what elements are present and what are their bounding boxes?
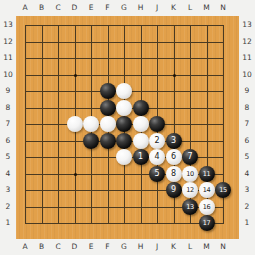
coord-label-col: G (116, 239, 132, 255)
coord-label-row: 4 (0, 166, 16, 182)
move-number: 9 (166, 182, 182, 198)
coord-label-col: B (34, 0, 50, 16)
stone-white[interactable] (116, 100, 132, 116)
coord-label-col: G (116, 0, 132, 16)
coord-label-row: 3 (0, 182, 16, 198)
move-number: 4 (149, 149, 165, 165)
stone-white[interactable] (133, 116, 149, 132)
stone-black[interactable] (83, 133, 99, 149)
move-number: 7 (182, 149, 198, 165)
coord-label-row: 12 (0, 34, 16, 50)
coord-label-col: H (133, 239, 149, 255)
move-number: 5 (149, 166, 165, 182)
coord-label-col: C (50, 239, 66, 255)
coord-label-col: L (182, 0, 198, 16)
stone-black[interactable]: 15 (215, 182, 231, 198)
coord-label-row: 2 (239, 199, 255, 215)
move-number: 17 (199, 215, 215, 231)
stone-white[interactable]: 2 (149, 133, 165, 149)
coord-label-col: M (199, 239, 215, 255)
coord-label-col: C (50, 0, 66, 16)
stone-black[interactable]: 13 (182, 199, 198, 215)
coord-label-row: 13 (239, 17, 255, 33)
move-number: 8 (166, 166, 182, 182)
coord-labels-bottom: ABCDEFGHJKLMN (0, 239, 255, 255)
coord-label-col: B (34, 239, 50, 255)
stone-black[interactable]: 5 (149, 166, 165, 182)
move-number: 16 (199, 199, 215, 215)
coord-label-col: D (67, 0, 83, 16)
coord-label-row: 10 (239, 67, 255, 83)
coord-label-row: 12 (239, 34, 255, 50)
coord-labels-right: 13121110987654321 (239, 0, 255, 255)
stone-white[interactable]: 12 (182, 182, 198, 198)
coord-label-col: J (149, 239, 165, 255)
stone-black[interactable] (133, 100, 149, 116)
go-diagram: ABCDEFGHJKLMN ABCDEFGHJKLMN 131211109876… (0, 0, 255, 255)
move-number: 13 (182, 199, 198, 215)
coord-label-row: 9 (0, 83, 16, 99)
coord-label-col: N (215, 239, 231, 255)
coord-label-col: K (166, 239, 182, 255)
coord-label-col: F (100, 0, 116, 16)
coord-label-row: 8 (239, 100, 255, 116)
coord-label-row: 7 (239, 116, 255, 132)
star-point (74, 173, 77, 176)
coord-label-row: 3 (239, 182, 255, 198)
coord-label-row: 6 (239, 133, 255, 149)
coord-label-col: J (149, 0, 165, 16)
stone-black[interactable] (116, 133, 132, 149)
stone-white[interactable]: 14 (199, 182, 215, 198)
coord-label-row: 5 (239, 149, 255, 165)
coord-label-row: 8 (0, 100, 16, 116)
coord-label-row: 10 (0, 67, 16, 83)
move-number: 1 (133, 149, 149, 165)
star-point (173, 74, 176, 77)
stone-white[interactable] (67, 116, 83, 132)
stone-white[interactable] (83, 116, 99, 132)
move-number: 2 (149, 133, 165, 149)
go-board[interactable]: 1234567891011121314151617 (16, 16, 239, 239)
coord-label-col: F (100, 239, 116, 255)
coord-label-row: 11 (239, 50, 255, 66)
coord-label-row: 5 (0, 149, 16, 165)
coord-label-row: 4 (239, 166, 255, 182)
stone-white[interactable]: 16 (199, 199, 215, 215)
coord-label-row: 2 (0, 199, 16, 215)
coord-label-col: E (83, 239, 99, 255)
coord-label-col: D (67, 239, 83, 255)
move-number: 15 (215, 182, 231, 198)
coord-label-row: 1 (239, 215, 255, 231)
stone-white[interactable] (100, 116, 116, 132)
move-number: 11 (199, 166, 215, 182)
stone-black[interactable]: 7 (182, 149, 198, 165)
coord-label-row: 13 (0, 17, 16, 33)
coord-label-col: M (199, 0, 215, 16)
stone-black[interactable] (100, 83, 116, 99)
stone-black[interactable]: 11 (199, 166, 215, 182)
move-number: 14 (199, 182, 215, 198)
move-number: 12 (182, 182, 198, 198)
coord-label-col: A (17, 239, 33, 255)
coord-label-col: K (166, 0, 182, 16)
coord-label-col: H (133, 0, 149, 16)
coord-label-col: A (17, 0, 33, 16)
move-number: 10 (182, 166, 198, 182)
coord-label-col: N (215, 0, 231, 16)
coord-label-col: L (182, 239, 198, 255)
grid-line-horizontal (25, 223, 224, 224)
stone-white[interactable]: 10 (182, 166, 198, 182)
stone-black[interactable]: 3 (166, 133, 182, 149)
stone-black[interactable]: 1 (133, 149, 149, 165)
coord-label-row: 1 (0, 215, 16, 231)
stone-white[interactable] (116, 83, 132, 99)
coord-label-row: 7 (0, 116, 16, 132)
coord-label-row: 11 (0, 50, 16, 66)
coord-label-row: 6 (0, 133, 16, 149)
move-number: 6 (166, 149, 182, 165)
stone-black[interactable]: 17 (199, 215, 215, 231)
stone-black[interactable] (100, 133, 116, 149)
coord-labels-left: 13121110987654321 (0, 0, 16, 255)
stone-white[interactable]: 8 (166, 166, 182, 182)
coord-label-col: E (83, 0, 99, 16)
stone-black[interactable] (149, 116, 165, 132)
move-number: 3 (166, 133, 182, 149)
coord-label-row: 9 (239, 83, 255, 99)
stone-white[interactable] (116, 149, 132, 165)
stone-white[interactable] (133, 133, 149, 149)
stone-white[interactable]: 4 (149, 149, 165, 165)
star-point (74, 74, 77, 77)
coord-labels-top: ABCDEFGHJKLMN (0, 0, 255, 16)
stone-white[interactable]: 6 (166, 149, 182, 165)
stone-black[interactable] (100, 100, 116, 116)
stone-black[interactable]: 9 (166, 182, 182, 198)
stone-black[interactable] (116, 116, 132, 132)
